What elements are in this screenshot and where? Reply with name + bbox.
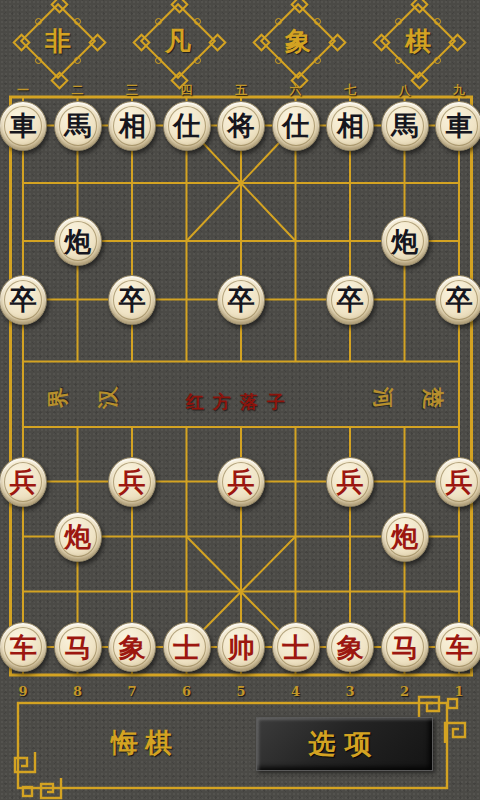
piece-glyph: 马: [391, 634, 418, 661]
board-cell: 炮: [51, 509, 106, 564]
piece-glyph: 卒: [228, 286, 255, 313]
piece-glyph: 炮: [391, 228, 418, 255]
piece-black-卒[interactable]: 卒: [435, 275, 480, 325]
board-cell: 車: [0, 97, 51, 154]
board-cell: 仕: [160, 97, 215, 154]
header-character: 棋: [391, 14, 445, 68]
piece-black-卒[interactable]: 卒: [217, 275, 265, 325]
piece-glyph: 馬: [64, 112, 91, 139]
piece-red-车[interactable]: 车: [435, 622, 480, 672]
board-cell: 兵: [0, 454, 51, 509]
piece-red-炮[interactable]: 炮: [381, 512, 429, 562]
piece-glyph: 仕: [282, 112, 309, 139]
header-character: 凡: [151, 14, 205, 68]
piece-black-相[interactable]: 相: [326, 101, 374, 151]
piece-glyph: 将: [228, 112, 255, 139]
piece-glyph: 車: [446, 112, 473, 139]
piece-red-象[interactable]: 象: [326, 622, 374, 672]
piece-glyph: 兵: [446, 468, 473, 495]
board-cell: 士: [160, 619, 215, 675]
piece-red-兵[interactable]: 兵: [0, 457, 47, 507]
piece-glyph: 兵: [10, 468, 37, 495]
header-character: 象: [271, 14, 325, 68]
board-cell: 兵: [432, 454, 480, 509]
piece-red-士[interactable]: 士: [163, 622, 211, 672]
board-cell: 馬: [51, 97, 106, 154]
board-cell: 兵: [214, 454, 269, 509]
piece-glyph: 兵: [337, 468, 364, 495]
board-cell: 相: [105, 97, 160, 154]
piece-glyph: 卒: [337, 286, 364, 313]
piece-red-士[interactable]: 士: [272, 622, 320, 672]
piece-black-卒[interactable]: 卒: [108, 275, 156, 325]
board-cell: 炮: [378, 212, 433, 270]
piece-glyph: 相: [119, 112, 146, 139]
piece-black-車[interactable]: 車: [0, 101, 47, 151]
piece-red-兵[interactable]: 兵: [108, 457, 156, 507]
piece-black-相[interactable]: 相: [108, 101, 156, 151]
board-cell: 卒: [105, 270, 160, 329]
board-cell: 士: [269, 619, 324, 675]
board-cell: 将: [214, 97, 269, 154]
footer-panel: 悔棋 选项: [0, 695, 480, 800]
board-cell: 馬: [378, 97, 433, 154]
board-cell: 卒: [432, 270, 480, 329]
piece-glyph: 车: [10, 634, 37, 661]
piece-glyph: 仕: [173, 112, 200, 139]
piece-glyph: 士: [282, 634, 309, 661]
piece-glyph: 车: [446, 634, 473, 661]
piece-red-帅[interactable]: 帅: [217, 622, 265, 672]
piece-black-仕[interactable]: 仕: [272, 101, 320, 151]
piece-red-兵[interactable]: 兵: [435, 457, 480, 507]
board-cell: 炮: [378, 509, 433, 564]
piece-glyph: 兵: [119, 468, 146, 495]
header-diamond-ornament: 棋: [391, 14, 445, 68]
piece-black-卒[interactable]: 卒: [0, 275, 47, 325]
piece-black-馬[interactable]: 馬: [381, 101, 429, 151]
board-cell: 帅: [214, 619, 269, 675]
piece-glyph: 卒: [10, 286, 37, 313]
piece-glyph: 馬: [391, 112, 418, 139]
board-cell: 象: [323, 619, 378, 675]
board-cell: 车: [0, 619, 51, 675]
board-cell: 卒: [214, 270, 269, 329]
piece-black-車[interactable]: 車: [435, 101, 480, 151]
piece-glyph: 马: [64, 634, 91, 661]
board-cell: 仕: [269, 97, 324, 154]
piece-glyph: 卒: [446, 286, 473, 313]
undo-button[interactable]: 悔棋: [75, 721, 215, 765]
piece-red-马[interactable]: 马: [54, 622, 102, 672]
board-cell: 相: [323, 97, 378, 154]
piece-red-兵[interactable]: 兵: [326, 457, 374, 507]
board-cell: 車: [432, 97, 480, 154]
piece-glyph: 炮: [391, 523, 418, 550]
piece-red-兵[interactable]: 兵: [217, 457, 265, 507]
piece-black-馬[interactable]: 馬: [54, 101, 102, 151]
board-cell: 马: [51, 619, 106, 675]
pieces-layer: 車馬相仕将仕相馬車炮炮卒卒卒卒卒兵兵兵兵兵炮炮车马象士帅士象马车: [0, 97, 480, 675]
piece-red-车[interactable]: 车: [0, 622, 47, 672]
piece-glyph: 炮: [64, 523, 91, 550]
options-button[interactable]: 选项: [256, 717, 433, 771]
board-cell: 车: [432, 619, 480, 675]
piece-black-卒[interactable]: 卒: [326, 275, 374, 325]
board-cell: 马: [378, 619, 433, 675]
piece-glyph: 兵: [228, 468, 255, 495]
piece-glyph: 帅: [228, 634, 255, 661]
piece-black-仕[interactable]: 仕: [163, 101, 211, 151]
piece-glyph: 炮: [64, 228, 91, 255]
piece-red-马[interactable]: 马: [381, 622, 429, 672]
piece-glyph: 卒: [119, 286, 146, 313]
board-cell: 象: [105, 619, 160, 675]
board-cell: 兵: [105, 454, 160, 509]
piece-glyph: 車: [10, 112, 37, 139]
header-diamond-ornament: 凡: [151, 14, 205, 68]
board-cell: 炮: [51, 212, 106, 270]
piece-glyph: 象: [119, 634, 146, 661]
piece-red-炮[interactable]: 炮: [54, 512, 102, 562]
header-diamond-ornament: 象: [271, 14, 325, 68]
piece-red-象[interactable]: 象: [108, 622, 156, 672]
piece-glyph: 象: [337, 634, 364, 661]
board-cell: 卒: [323, 270, 378, 329]
piece-black-将[interactable]: 将: [217, 101, 265, 151]
board-cell: 卒: [0, 270, 51, 329]
piece-glyph: 士: [173, 634, 200, 661]
header-diamond-ornament: 非: [31, 14, 85, 68]
piece-black-炮[interactable]: 炮: [381, 216, 429, 266]
piece-glyph: 相: [337, 112, 364, 139]
piece-black-炮[interactable]: 炮: [54, 216, 102, 266]
xiangqi-board[interactable]: 一二三四五六七八九 987654321 界 汉 河 楚 红方落子 車馬相仕将仕相…: [0, 86, 480, 706]
board-cell: 兵: [323, 454, 378, 509]
header-character: 非: [31, 14, 85, 68]
